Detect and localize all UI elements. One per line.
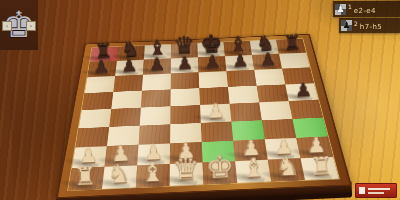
black-pawn-h5[interactable]: ♟ [294,80,312,100]
square-h1[interactable]: ♜ [301,157,339,180]
white-rook-h1[interactable]: ♜ [310,153,333,179]
square-h5[interactable]: ♟ [285,83,318,101]
square-a4[interactable] [79,109,112,128]
square-c1[interactable]: ♝ [136,164,170,187]
square-g7[interactable]: ♟ [252,54,282,70]
square-b6[interactable] [113,75,143,92]
move-list-entry-2[interactable]: ♟ 2 h7-h5 [339,18,400,33]
square-b4[interactable] [109,108,141,127]
white-bishop-f1[interactable]: ♝ [241,154,266,182]
square-f1[interactable]: ♝ [235,160,271,183]
white-king-e1[interactable]: ♚ [205,151,234,183]
watermark-shape [368,188,390,190]
square-g6[interactable] [254,69,285,86]
move-number: 2 [354,20,358,27]
app-logo-panel: ♚ ‹ › [0,0,38,50]
move-notation: h7-h5 [360,23,382,31]
square-c4[interactable] [140,106,171,125]
white-queen-d1[interactable]: ♛ [172,153,200,184]
black-pawn-icon: ♟ [341,20,352,31]
square-h4[interactable] [289,100,323,119]
square-e1[interactable]: ♚ [203,161,238,184]
board-scene: ♜♞♝♛♚♝♞♜♟♟♟♟♟♟♟♟♟♟♟♟♟♟♟♟♜♞♝♛♚♝♞♜ [33,0,367,200]
arrow-left-icon[interactable]: ‹ [2,21,12,31]
move-notation: e2-e4 [354,7,376,15]
square-h7[interactable] [279,53,310,69]
square-b7[interactable]: ♟ [115,60,144,76]
square-d1[interactable]: ♛ [170,163,204,186]
black-pawn-a7[interactable]: ♟ [93,57,110,76]
watermark-shape [359,187,365,194]
square-g5[interactable] [257,84,289,102]
black-pawn-d7[interactable]: ♟ [176,54,193,73]
white-pawn-e4[interactable]: ♟ [206,101,225,122]
square-d6[interactable] [171,72,200,89]
game-screen: ♜♞♝♛♚♝♞♜♟♟♟♟♟♟♟♟♟♟♟♟♟♟♟♟♜♞♝♛♚♝♞♜ ♚ ‹ › ♟… [0,0,400,200]
black-rook-h8[interactable]: ♜ [283,32,302,52]
white-bishop-c1[interactable]: ♝ [140,159,165,187]
arrow-right-icon[interactable]: › [26,21,36,31]
square-f4[interactable] [230,102,262,121]
watermark-badge [355,183,397,198]
square-a7[interactable]: ♟ [87,61,117,77]
white-pawn-icon: ♟ [335,4,346,15]
square-a6[interactable] [85,76,116,93]
black-pawn-e7[interactable]: ♟ [204,52,221,71]
black-pawn-g7[interactable]: ♟ [259,50,276,69]
square-e3[interactable] [201,122,233,142]
watermark-shape [368,192,384,194]
square-h8[interactable]: ♜ [276,39,306,54]
square-b5[interactable] [111,91,142,109]
square-e6[interactable] [199,71,228,88]
square-c6[interactable] [142,74,171,91]
white-knight-g1[interactable]: ♞ [275,154,299,181]
black-pawn-f7[interactable]: ♟ [231,51,248,70]
move-list-entry-1[interactable]: ♟ 1 e2-e4 [333,1,400,17]
square-c5[interactable] [141,89,171,107]
square-d5[interactable] [170,88,200,106]
square-f5[interactable] [228,86,259,104]
chess-board: ♜♞♝♛♚♝♞♜♟♟♟♟♟♟♟♟♟♟♟♟♟♟♟♟♜♞♝♛♚♝♞♜ [56,34,352,199]
move-number: 1 [348,3,352,10]
square-f6[interactable] [226,70,256,87]
white-knight-b1[interactable]: ♞ [106,161,130,188]
board-squares: ♜♞♝♛♚♝♞♜♟♟♟♟♟♟♟♟♟♟♟♟♟♟♟♟♜♞♝♛♚♝♞♜ [68,39,339,191]
square-e4[interactable]: ♟ [200,104,231,123]
square-a5[interactable] [82,92,114,110]
black-pawn-c7[interactable]: ♟ [148,55,165,74]
square-g4[interactable] [259,101,292,120]
black-pawn-b7[interactable]: ♟ [120,56,137,75]
white-rook-a1[interactable]: ♜ [73,163,96,189]
